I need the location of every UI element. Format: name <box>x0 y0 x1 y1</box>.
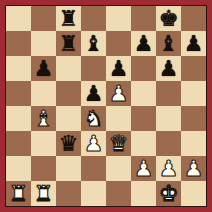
piece-black-pawn: ♟ <box>156 56 181 81</box>
piece-black-pawn: ♟ <box>31 56 56 81</box>
square-a7[interactable] <box>6 31 31 56</box>
square-f7[interactable]: ♟ <box>131 31 156 56</box>
square-h6[interactable] <box>181 56 206 81</box>
square-h3[interactable] <box>181 131 206 156</box>
square-h7[interactable]: ♟ <box>181 31 206 56</box>
square-e3[interactable]: ♛ <box>106 131 131 156</box>
square-g8[interactable]: ♚ <box>156 6 181 31</box>
piece-white-pawn: ♟ <box>156 156 181 181</box>
piece-white-pawn: ♟ <box>81 131 106 156</box>
piece-white-rook: ♜ <box>6 181 31 206</box>
square-b6[interactable]: ♟ <box>31 56 56 81</box>
piece-black-bishop: ♝ <box>156 31 181 56</box>
piece-black-rook: ♜ <box>56 31 81 56</box>
square-a3[interactable] <box>6 131 31 156</box>
square-f6[interactable] <box>131 56 156 81</box>
piece-white-pawn: ♟ <box>131 156 156 181</box>
square-c8[interactable]: ♜ <box>56 6 81 31</box>
square-b7[interactable] <box>31 31 56 56</box>
piece-white-knight: ♞ <box>81 106 106 131</box>
square-b2[interactable] <box>31 156 56 181</box>
square-g6[interactable]: ♟ <box>156 56 181 81</box>
square-a4[interactable] <box>6 106 31 131</box>
square-g2[interactable]: ♟ <box>156 156 181 181</box>
square-b1[interactable]: ♜ <box>31 181 56 206</box>
square-c7[interactable]: ♜ <box>56 31 81 56</box>
square-h4[interactable] <box>181 106 206 131</box>
board-frame: ♜♚♜♝♟♝♟♟♟♟♟♟♝♞♛♟♛♟♟♟♜♜♚ <box>0 0 212 212</box>
square-e8[interactable] <box>106 6 131 31</box>
piece-black-pawn: ♟ <box>181 31 206 56</box>
square-b3[interactable] <box>31 131 56 156</box>
square-d1[interactable] <box>81 181 106 206</box>
piece-black-king: ♚ <box>156 6 181 31</box>
square-e4[interactable] <box>106 106 131 131</box>
square-b8[interactable] <box>31 6 56 31</box>
square-f8[interactable] <box>131 6 156 31</box>
piece-black-pawn: ♟ <box>106 56 131 81</box>
square-c4[interactable] <box>56 106 81 131</box>
square-f4[interactable] <box>131 106 156 131</box>
square-a5[interactable] <box>6 81 31 106</box>
square-e2[interactable] <box>106 156 131 181</box>
square-h2[interactable]: ♟ <box>181 156 206 181</box>
square-c1[interactable] <box>56 181 81 206</box>
square-g4[interactable] <box>156 106 181 131</box>
piece-white-pawn: ♟ <box>106 81 131 106</box>
square-c6[interactable] <box>56 56 81 81</box>
square-d7[interactable]: ♝ <box>81 31 106 56</box>
square-f5[interactable] <box>131 81 156 106</box>
square-a8[interactable] <box>6 6 31 31</box>
square-d5[interactable]: ♟ <box>81 81 106 106</box>
piece-black-bishop: ♝ <box>81 31 106 56</box>
square-g5[interactable] <box>156 81 181 106</box>
square-d3[interactable]: ♟ <box>81 131 106 156</box>
piece-white-king: ♚ <box>156 181 181 206</box>
square-g7[interactable]: ♝ <box>156 31 181 56</box>
square-f2[interactable]: ♟ <box>131 156 156 181</box>
square-h1[interactable] <box>181 181 206 206</box>
square-e7[interactable] <box>106 31 131 56</box>
square-c2[interactable] <box>56 156 81 181</box>
square-c5[interactable] <box>56 81 81 106</box>
piece-white-bishop: ♝ <box>31 106 56 131</box>
square-e1[interactable] <box>106 181 131 206</box>
piece-black-pawn: ♟ <box>81 81 106 106</box>
chess-board: ♜♚♜♝♟♝♟♟♟♟♟♟♝♞♛♟♛♟♟♟♜♜♚ <box>5 5 207 207</box>
square-e5[interactable]: ♟ <box>106 81 131 106</box>
square-b4[interactable]: ♝ <box>31 106 56 131</box>
piece-white-rook: ♜ <box>31 181 56 206</box>
square-d4[interactable]: ♞ <box>81 106 106 131</box>
piece-black-rook: ♜ <box>56 6 81 31</box>
square-g3[interactable] <box>156 131 181 156</box>
square-h8[interactable] <box>181 6 206 31</box>
square-g1[interactable]: ♚ <box>156 181 181 206</box>
square-a6[interactable] <box>6 56 31 81</box>
piece-white-pawn: ♟ <box>181 156 206 181</box>
square-e6[interactable]: ♟ <box>106 56 131 81</box>
piece-white-queen: ♛ <box>106 131 131 156</box>
square-f1[interactable] <box>131 181 156 206</box>
square-b5[interactable] <box>31 81 56 106</box>
square-d8[interactable] <box>81 6 106 31</box>
piece-black-queen: ♛ <box>56 131 81 156</box>
square-a2[interactable] <box>6 156 31 181</box>
square-d2[interactable] <box>81 156 106 181</box>
square-h5[interactable] <box>181 81 206 106</box>
square-c3[interactable]: ♛ <box>56 131 81 156</box>
piece-black-pawn: ♟ <box>131 31 156 56</box>
square-f3[interactable] <box>131 131 156 156</box>
square-a1[interactable]: ♜ <box>6 181 31 206</box>
square-d6[interactable] <box>81 56 106 81</box>
